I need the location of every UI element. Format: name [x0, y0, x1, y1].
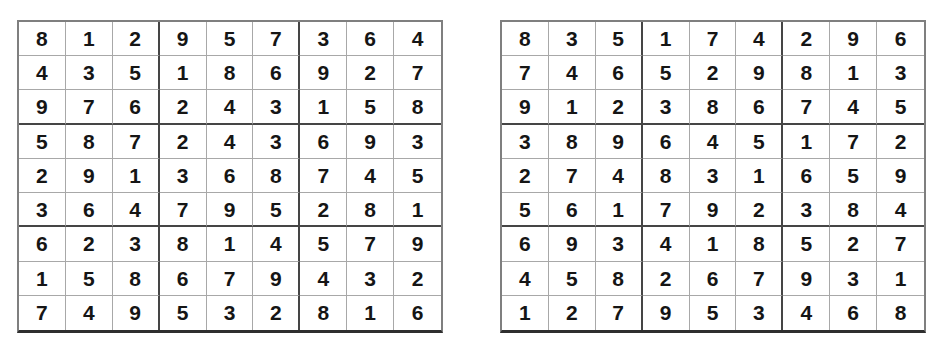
- left-grid-cell-r4c4[interactable]: 2: [160, 125, 207, 159]
- left-grid-cell-r1c9[interactable]: 4: [394, 22, 441, 56]
- left-grid-cell-r1c1[interactable]: 8: [19, 22, 66, 56]
- left-grid-cell-r9c8[interactable]: 1: [347, 296, 394, 330]
- right-grid-cell-r1c5[interactable]: 7: [690, 22, 737, 56]
- right-grid-cell-r7c7[interactable]: 5: [783, 227, 830, 261]
- left-grid-cell-r5c1[interactable]: 2: [19, 159, 66, 193]
- right-grid-cell-r5c2[interactable]: 7: [549, 159, 596, 193]
- left-grid-cell-r3c8[interactable]: 5: [347, 90, 394, 124]
- right-grid-cell-r2c9[interactable]: 3: [877, 56, 924, 90]
- right-grid-cell-r2c3[interactable]: 6: [596, 56, 643, 90]
- left-grid-cell-r6c9[interactable]: 1: [394, 193, 441, 227]
- right-grid-cell-r3c5[interactable]: 8: [690, 90, 737, 124]
- left-grid-cell-r5c2[interactable]: 9: [66, 159, 113, 193]
- left-grid-cell-r7c1[interactable]: 6: [19, 227, 66, 261]
- left-grid-cell-r1c4[interactable]: 9: [160, 22, 207, 56]
- left-grid-cell-r8c3[interactable]: 8: [113, 262, 160, 296]
- left-grid-cell-r6c4[interactable]: 7: [160, 193, 207, 227]
- right-grid-cell-r5c5[interactable]: 3: [690, 159, 737, 193]
- right-grid-cell-r6c3[interactable]: 1: [596, 193, 643, 227]
- right-grid-cell-r3c9[interactable]: 5: [877, 90, 924, 124]
- right-grid-cell-r6c6[interactable]: 2: [736, 193, 783, 227]
- right-grid-cell-r2c8[interactable]: 1: [830, 56, 877, 90]
- left-grid-cell-r8c6[interactable]: 9: [253, 262, 300, 296]
- left-grid-cell-r8c5[interactable]: 7: [207, 262, 254, 296]
- right-grid-cell-r5c3[interactable]: 4: [596, 159, 643, 193]
- left-grid-cell-r2c2[interactable]: 3: [66, 56, 113, 90]
- right-grid-cell-r9c2[interactable]: 2: [549, 296, 596, 330]
- left-grid-cell-r1c7[interactable]: 3: [300, 22, 347, 56]
- right-grid-cell-r2c2[interactable]: 4: [549, 56, 596, 90]
- left-grid-cell-r4c2[interactable]: 8: [66, 125, 113, 159]
- right-grid-cell-r8c2[interactable]: 5: [549, 262, 596, 296]
- left-grid-cell-r3c9[interactable]: 8: [394, 90, 441, 124]
- right-grid-cell-r9c5[interactable]: 5: [690, 296, 737, 330]
- right-grid-cell-r8c9[interactable]: 1: [877, 262, 924, 296]
- left-grid-cell-r7c7[interactable]: 5: [300, 227, 347, 261]
- left-grid-cell-r4c3[interactable]: 7: [113, 125, 160, 159]
- left-grid-cell-r7c3[interactable]: 3: [113, 227, 160, 261]
- right-grid-cell-r4c6[interactable]: 5: [736, 125, 783, 159]
- left-grid-cell-r7c6[interactable]: 4: [253, 227, 300, 261]
- right-grid-cell-r8c8[interactable]: 3: [830, 262, 877, 296]
- left-grid-cell-r9c1[interactable]: 7: [19, 296, 66, 330]
- right-grid-cell-r6c2[interactable]: 6: [549, 193, 596, 227]
- left-grid-cell-r3c4[interactable]: 2: [160, 90, 207, 124]
- left-grid-cell-r4c5[interactable]: 4: [207, 125, 254, 159]
- right-grid-cell-r7c1[interactable]: 6: [502, 227, 549, 261]
- right-grid-cell-r9c6[interactable]: 3: [736, 296, 783, 330]
- left-grid-cell-r4c1[interactable]: 5: [19, 125, 66, 159]
- left-grid-cell-r5c7[interactable]: 7: [300, 159, 347, 193]
- left-grid-cell-r8c4[interactable]: 6: [160, 262, 207, 296]
- right-grid-cell-r4c7[interactable]: 1: [783, 125, 830, 159]
- right-grid-cell-r5c9[interactable]: 9: [877, 159, 924, 193]
- left-grid-cell-r3c7[interactable]: 1: [300, 90, 347, 124]
- left-grid-cell-r5c4[interactable]: 3: [160, 159, 207, 193]
- left-grid-cell-r6c6[interactable]: 5: [253, 193, 300, 227]
- left-grid-cell-r4c9[interactable]: 3: [394, 125, 441, 159]
- left-grid-cell-r2c5[interactable]: 8: [207, 56, 254, 90]
- left-grid-cell-r1c3[interactable]: 2: [113, 22, 160, 56]
- left-grid-cell-r9c3[interactable]: 9: [113, 296, 160, 330]
- left-grid-cell-r6c2[interactable]: 6: [66, 193, 113, 227]
- right-grid-cell-r3c1[interactable]: 9: [502, 90, 549, 124]
- right-grid-cell-r7c5[interactable]: 1: [690, 227, 737, 261]
- right-grid-cell-r9c8[interactable]: 6: [830, 296, 877, 330]
- left-grid-cell-r7c4[interactable]: 8: [160, 227, 207, 261]
- right-grid-cell-r8c3[interactable]: 8: [596, 262, 643, 296]
- right-grid-cell-r2c5[interactable]: 2: [690, 56, 737, 90]
- right-grid-cell-r7c8[interactable]: 2: [830, 227, 877, 261]
- right-grid-cell-r1c3[interactable]: 5: [596, 22, 643, 56]
- left-grid-cell-r2c9[interactable]: 7: [394, 56, 441, 90]
- right-grid-cell-r2c4[interactable]: 5: [643, 56, 690, 90]
- right-grid-cell-r7c4[interactable]: 4: [643, 227, 690, 261]
- left-grid-cell-r9c2[interactable]: 4: [66, 296, 113, 330]
- right-grid-cell-r3c8[interactable]: 4: [830, 90, 877, 124]
- right-grid-cell-r5c8[interactable]: 5: [830, 159, 877, 193]
- left-grid-cell-r5c9[interactable]: 5: [394, 159, 441, 193]
- right-grid-cell-r6c8[interactable]: 8: [830, 193, 877, 227]
- right-grid-cell-r8c4[interactable]: 2: [643, 262, 690, 296]
- right-grid-cell-r4c3[interactable]: 9: [596, 125, 643, 159]
- right-grid-cell-r4c8[interactable]: 7: [830, 125, 877, 159]
- right-grid-cell-r1c4[interactable]: 1: [643, 22, 690, 56]
- left-grid-cell-r1c8[interactable]: 6: [347, 22, 394, 56]
- right-grid-cell-r3c2[interactable]: 1: [549, 90, 596, 124]
- left-grid-cell-r2c7[interactable]: 9: [300, 56, 347, 90]
- left-grid-cell-r3c1[interactable]: 9: [19, 90, 66, 124]
- right-grid-cell-r3c6[interactable]: 6: [736, 90, 783, 124]
- right-grid-cell-r8c5[interactable]: 6: [690, 262, 737, 296]
- right-grid-cell-r7c3[interactable]: 3: [596, 227, 643, 261]
- left-grid-cell-r9c4[interactable]: 5: [160, 296, 207, 330]
- left-grid-cell-r8c8[interactable]: 3: [347, 262, 394, 296]
- right-grid-cell-r4c5[interactable]: 4: [690, 125, 737, 159]
- right-grid-cell-r1c2[interactable]: 3: [549, 22, 596, 56]
- left-grid-cell-r9c6[interactable]: 2: [253, 296, 300, 330]
- left-grid-cell-r7c8[interactable]: 7: [347, 227, 394, 261]
- right-grid-cell-r3c7[interactable]: 7: [783, 90, 830, 124]
- sudoku-grid-left: 8129573644351869279762431585872436932913…: [17, 20, 443, 333]
- right-grid-cell-r6c9[interactable]: 4: [877, 193, 924, 227]
- right-grid-cell-r8c6[interactable]: 7: [736, 262, 783, 296]
- left-grid-cell-r4c6[interactable]: 3: [253, 125, 300, 159]
- right-grid-cell-r9c3[interactable]: 7: [596, 296, 643, 330]
- left-grid-cell-r9c5[interactable]: 3: [207, 296, 254, 330]
- left-grid-cell-r2c1[interactable]: 4: [19, 56, 66, 90]
- right-grid-cell-r5c4[interactable]: 8: [643, 159, 690, 193]
- right-grid-cell-r6c5[interactable]: 9: [690, 193, 737, 227]
- right-grid-cell-r5c6[interactable]: 1: [736, 159, 783, 193]
- right-grid-cell-r5c7[interactable]: 6: [783, 159, 830, 193]
- left-grid-cell-r5c5[interactable]: 6: [207, 159, 254, 193]
- left-grid-cell-r5c3[interactable]: 1: [113, 159, 160, 193]
- left-grid-cell-r2c4[interactable]: 1: [160, 56, 207, 90]
- right-grid-cell-r2c1[interactable]: 7: [502, 56, 549, 90]
- right-grid-cell-r6c7[interactable]: 3: [783, 193, 830, 227]
- left-grid-cell-r6c1[interactable]: 3: [19, 193, 66, 227]
- left-grid-cell-r1c5[interactable]: 5: [207, 22, 254, 56]
- left-grid-cell-r2c3[interactable]: 5: [113, 56, 160, 90]
- right-grid-cell-r6c4[interactable]: 7: [643, 193, 690, 227]
- left-grid-cell-r6c3[interactable]: 4: [113, 193, 160, 227]
- right-grid-cell-r4c9[interactable]: 2: [877, 125, 924, 159]
- left-grid-cell-r1c6[interactable]: 7: [253, 22, 300, 56]
- right-grid-cell-r3c3[interactable]: 2: [596, 90, 643, 124]
- right-grid-cell-r6c1[interactable]: 5: [502, 193, 549, 227]
- right-grid-cell-r1c9[interactable]: 6: [877, 22, 924, 56]
- left-grid-cell-r9c7[interactable]: 8: [300, 296, 347, 330]
- right-grid-cell-r9c9[interactable]: 8: [877, 296, 924, 330]
- left-grid-cell-r3c3[interactable]: 6: [113, 90, 160, 124]
- left-grid-cell-r8c9[interactable]: 2: [394, 262, 441, 296]
- right-grid-cell-r7c2[interactable]: 9: [549, 227, 596, 261]
- left-grid-cell-r7c5[interactable]: 1: [207, 227, 254, 261]
- left-grid-cell-r8c1[interactable]: 1: [19, 262, 66, 296]
- left-grid-cell-r9c9[interactable]: 6: [394, 296, 441, 330]
- left-grid-cell-r4c8[interactable]: 9: [347, 125, 394, 159]
- right-grid-cell-r1c6[interactable]: 4: [736, 22, 783, 56]
- right-grid-cell-r9c7[interactable]: 4: [783, 296, 830, 330]
- right-grid-cell-r8c1[interactable]: 4: [502, 262, 549, 296]
- left-grid-cell-r4c7[interactable]: 6: [300, 125, 347, 159]
- right-grid-cell-r2c6[interactable]: 9: [736, 56, 783, 90]
- right-grid-cell-r9c4[interactable]: 9: [643, 296, 690, 330]
- right-grid-cell-r4c4[interactable]: 6: [643, 125, 690, 159]
- left-grid-cell-r2c6[interactable]: 6: [253, 56, 300, 90]
- left-grid-cell-r7c2[interactable]: 2: [66, 227, 113, 261]
- right-grid-cell-r9c1[interactable]: 1: [502, 296, 549, 330]
- right-grid-cell-r3c4[interactable]: 3: [643, 90, 690, 124]
- left-grid-cell-r6c5[interactable]: 9: [207, 193, 254, 227]
- right-grid-cell-r7c6[interactable]: 8: [736, 227, 783, 261]
- left-grid-cell-r3c2[interactable]: 7: [66, 90, 113, 124]
- right-grid-cell-r4c1[interactable]: 3: [502, 125, 549, 159]
- right-grid-cell-r7c9[interactable]: 7: [877, 227, 924, 261]
- right-grid-cell-r1c7[interactable]: 2: [783, 22, 830, 56]
- sudoku-sheet: 8129573644351869279762431585872436932913…: [0, 0, 945, 355]
- left-grid-cell-r1c2[interactable]: 1: [66, 22, 113, 56]
- right-grid-cell-r1c1[interactable]: 8: [502, 22, 549, 56]
- right-grid-cell-r2c7[interactable]: 8: [783, 56, 830, 90]
- left-grid-cell-r5c6[interactable]: 8: [253, 159, 300, 193]
- left-grid-cell-r6c8[interactable]: 8: [347, 193, 394, 227]
- right-grid-cell-r4c2[interactable]: 8: [549, 125, 596, 159]
- left-grid-cell-r8c2[interactable]: 5: [66, 262, 113, 296]
- left-grid-cell-r7c9[interactable]: 9: [394, 227, 441, 261]
- right-grid-cell-r5c1[interactable]: 2: [502, 159, 549, 193]
- right-grid-cell-r1c8[interactable]: 9: [830, 22, 877, 56]
- left-grid-cell-r6c7[interactable]: 2: [300, 193, 347, 227]
- left-grid-cell-r3c5[interactable]: 4: [207, 90, 254, 124]
- left-grid-cell-r2c8[interactable]: 2: [347, 56, 394, 90]
- sudoku-grid-right: 8351742967465298139123867453896451722748…: [500, 20, 926, 333]
- right-grid-cell-r8c7[interactable]: 9: [783, 262, 830, 296]
- left-grid-cell-r8c7[interactable]: 4: [300, 262, 347, 296]
- left-grid-cell-r3c6[interactable]: 3: [253, 90, 300, 124]
- left-grid-cell-r5c8[interactable]: 4: [347, 159, 394, 193]
